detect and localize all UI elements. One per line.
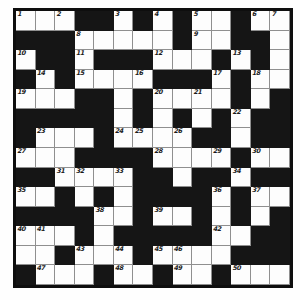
blocked-cell bbox=[16, 265, 36, 285]
crossword-cell[interactable]: 16 bbox=[133, 70, 153, 90]
crossword-cell[interactable]: 38 bbox=[94, 207, 114, 227]
crossword-cell[interactable] bbox=[75, 265, 95, 285]
crossword-cell[interactable] bbox=[231, 226, 251, 246]
blocked-cell bbox=[133, 11, 153, 31]
blocked-cell bbox=[133, 50, 153, 70]
blocked-cell bbox=[94, 265, 114, 285]
blocked-cell bbox=[75, 109, 95, 129]
clue-number: 28 bbox=[154, 148, 162, 155]
blocked-cell bbox=[212, 168, 232, 188]
crossword-cell[interactable] bbox=[16, 246, 36, 266]
blocked-cell bbox=[153, 168, 173, 188]
blocked-cell bbox=[270, 89, 290, 109]
crossword-cell[interactable] bbox=[94, 31, 114, 51]
crossword-cell[interactable] bbox=[114, 70, 134, 90]
blocked-cell bbox=[173, 31, 193, 51]
blocked-cell bbox=[75, 148, 95, 168]
blocked-cell bbox=[212, 128, 232, 148]
crossword-cell[interactable]: 14 bbox=[36, 70, 56, 90]
blocked-cell bbox=[94, 128, 114, 148]
crossword-cell[interactable] bbox=[251, 89, 271, 109]
blocked-cell bbox=[114, 226, 134, 246]
blocked-cell bbox=[55, 70, 75, 90]
clue-number: 29 bbox=[213, 148, 221, 155]
clue-number: 46 bbox=[174, 246, 182, 253]
crossword-cell[interactable]: 20 bbox=[153, 89, 173, 109]
crossword-cell[interactable]: 40 bbox=[16, 226, 36, 246]
blocked-cell bbox=[94, 187, 114, 207]
blocked-cell bbox=[36, 207, 56, 227]
blocked-cell bbox=[231, 207, 251, 227]
crossword-cell[interactable] bbox=[75, 128, 95, 148]
crossword-cell[interactable] bbox=[192, 109, 212, 129]
blocked-cell bbox=[192, 226, 212, 246]
crossword-cell[interactable]: 25 bbox=[133, 128, 153, 148]
blocked-cell bbox=[212, 109, 232, 129]
crossword-cell[interactable]: 41 bbox=[36, 226, 56, 246]
clue-number: 49 bbox=[174, 265, 182, 272]
clue-number: 4 bbox=[154, 11, 158, 18]
crossword-cell[interactable] bbox=[192, 246, 212, 266]
crossword-cell[interactable]: 10 bbox=[16, 50, 36, 70]
clue-number: 35 bbox=[17, 187, 25, 194]
clue-number: 47 bbox=[37, 265, 45, 272]
blocked-cell bbox=[231, 187, 251, 207]
crossword-cell[interactable]: 26 bbox=[173, 128, 193, 148]
crossword-cell[interactable]: 37 bbox=[251, 187, 271, 207]
crossword-cell[interactable]: 28 bbox=[153, 148, 173, 168]
blocked-cell bbox=[231, 11, 251, 31]
crossword-cell[interactable] bbox=[173, 207, 193, 227]
crossword-cell[interactable] bbox=[94, 246, 114, 266]
blocked-cell bbox=[192, 168, 212, 188]
blocked-cell bbox=[251, 168, 271, 188]
crossword-cell[interactable] bbox=[36, 187, 56, 207]
crossword-cell[interactable] bbox=[133, 265, 153, 285]
crossword-cell[interactable]: 2 bbox=[55, 11, 75, 31]
crossword-cell[interactable]: 19 bbox=[16, 89, 36, 109]
crossword-cell[interactable]: 15 bbox=[75, 70, 95, 90]
crossword-cell[interactable]: 44 bbox=[114, 246, 134, 266]
clue-number: 32 bbox=[76, 168, 84, 175]
crossword-cell[interactable] bbox=[75, 187, 95, 207]
clue-number: 1 bbox=[17, 11, 21, 18]
blocked-cell bbox=[75, 207, 95, 227]
clue-number: 26 bbox=[174, 128, 182, 135]
crossword-cell[interactable] bbox=[55, 128, 75, 148]
clue-number: 42 bbox=[213, 226, 221, 233]
blocked-cell bbox=[94, 11, 114, 31]
clue-number: 45 bbox=[154, 246, 162, 253]
blocked-cell bbox=[114, 148, 134, 168]
blocked-cell bbox=[173, 109, 193, 129]
crossword-cell[interactable] bbox=[114, 109, 134, 129]
blocked-cell bbox=[173, 11, 193, 31]
blocked-cell bbox=[173, 70, 193, 90]
crossword-cell[interactable] bbox=[94, 226, 114, 246]
blocked-cell bbox=[192, 70, 212, 90]
blocked-cell bbox=[16, 207, 36, 227]
clue-number: 5 bbox=[193, 11, 197, 18]
crossword-cell[interactable] bbox=[153, 109, 173, 129]
blocked-cell bbox=[153, 187, 173, 207]
blocked-cell bbox=[251, 226, 271, 246]
crossword-cell[interactable] bbox=[270, 50, 290, 70]
blocked-cell bbox=[36, 168, 56, 188]
crossword-cell[interactable]: 3 bbox=[114, 11, 134, 31]
blocked-cell bbox=[251, 246, 271, 266]
crossword-cell[interactable]: 9 bbox=[192, 31, 212, 51]
crossword-cell[interactable]: 32 bbox=[75, 168, 95, 188]
clue-number: 3 bbox=[115, 11, 119, 18]
clue-number: 41 bbox=[37, 226, 45, 233]
blocked-cell bbox=[133, 226, 153, 246]
blocked-cell bbox=[133, 207, 153, 227]
crossword-cell[interactable] bbox=[114, 187, 134, 207]
crossword-cell[interactable]: 7 bbox=[270, 11, 290, 31]
clue-number: 37 bbox=[252, 187, 260, 194]
clue-number: 33 bbox=[115, 168, 123, 175]
blocked-cell bbox=[16, 70, 36, 90]
crossword-cell[interactable] bbox=[270, 148, 290, 168]
crossword-cell[interactable]: 23 bbox=[36, 128, 56, 148]
blocked-cell bbox=[153, 265, 173, 285]
crossword-cell[interactable] bbox=[114, 31, 134, 51]
crossword-cell[interactable] bbox=[270, 265, 290, 285]
crossword-cell[interactable]: 49 bbox=[173, 265, 193, 285]
clue-number: 20 bbox=[154, 89, 162, 96]
blocked-cell bbox=[270, 109, 290, 129]
clue-number: 24 bbox=[115, 128, 123, 135]
blocked-cell bbox=[55, 207, 75, 227]
crossword-cell[interactable]: 27 bbox=[16, 148, 36, 168]
crossword-cell[interactable] bbox=[36, 246, 56, 266]
clue-number: 12 bbox=[154, 50, 162, 57]
crossword-cell[interactable] bbox=[173, 148, 193, 168]
crossword-cell[interactable]: 50 bbox=[231, 265, 251, 285]
crossword-cell[interactable]: 33 bbox=[114, 168, 134, 188]
crossword-cell[interactable] bbox=[251, 207, 271, 227]
crossword-grid: 1234567891011121314151617181920212223242… bbox=[13, 8, 293, 288]
blocked-cell bbox=[251, 128, 271, 148]
crossword-cell[interactable]: 46 bbox=[173, 246, 193, 266]
crossword-cell[interactable] bbox=[133, 31, 153, 51]
blocked-cell bbox=[192, 187, 212, 207]
blocked-cell bbox=[133, 148, 153, 168]
crossword-cell[interactable] bbox=[94, 70, 114, 90]
blocked-cell bbox=[231, 89, 251, 109]
crossword-cell[interactable] bbox=[192, 148, 212, 168]
blocked-cell bbox=[251, 109, 271, 129]
clue-number: 11 bbox=[76, 50, 84, 57]
blocked-cell bbox=[133, 109, 153, 129]
clue-number: 30 bbox=[252, 148, 260, 155]
crossword-cell[interactable] bbox=[114, 89, 134, 109]
crossword-cell[interactable] bbox=[153, 31, 173, 51]
blocked-cell bbox=[94, 89, 114, 109]
clue-number: 7 bbox=[271, 11, 275, 18]
blocked-cell bbox=[153, 226, 173, 246]
crossword-cell[interactable] bbox=[212, 207, 232, 227]
clue-number: 25 bbox=[134, 128, 142, 135]
blocked-cell bbox=[16, 128, 36, 148]
crossword-cell[interactable] bbox=[36, 148, 56, 168]
blocked-cell bbox=[55, 187, 75, 207]
blocked-cell bbox=[16, 109, 36, 129]
crossword-cell[interactable]: 48 bbox=[114, 265, 134, 285]
blocked-cell bbox=[75, 226, 95, 246]
blocked-cell bbox=[231, 246, 251, 266]
crossword-cell[interactable] bbox=[212, 246, 232, 266]
clue-number: 6 bbox=[252, 11, 256, 18]
crossword-cell[interactable]: 42 bbox=[212, 226, 232, 246]
blocked-cell bbox=[212, 265, 232, 285]
crossword-cell[interactable]: 22 bbox=[231, 109, 251, 129]
crossword-cell[interactable]: 45 bbox=[153, 246, 173, 266]
blocked-cell bbox=[133, 168, 153, 188]
crossword-cell[interactable]: 18 bbox=[251, 70, 271, 90]
crossword-cell[interactable]: 11 bbox=[75, 50, 95, 70]
clue-number: 34 bbox=[232, 168, 240, 175]
blocked-cell bbox=[16, 31, 36, 51]
clue-number: 44 bbox=[115, 246, 123, 253]
blocked-cell bbox=[36, 109, 56, 129]
clue-number: 18 bbox=[252, 70, 260, 77]
clue-number: 21 bbox=[193, 89, 201, 96]
crossword-cell[interactable] bbox=[55, 148, 75, 168]
crossword-cell[interactable] bbox=[173, 89, 193, 109]
blocked-cell bbox=[36, 31, 56, 51]
crossword-cell[interactable] bbox=[94, 168, 114, 188]
blocked-cell bbox=[192, 207, 212, 227]
clue-number: 17 bbox=[213, 70, 221, 77]
crossword-cell[interactable] bbox=[173, 50, 193, 70]
crossword-page: 1234567891011121314151617181920212223242… bbox=[0, 0, 300, 300]
crossword-cell[interactable]: 21 bbox=[192, 89, 212, 109]
crossword-cell[interactable] bbox=[212, 11, 232, 31]
blocked-cell bbox=[94, 109, 114, 129]
clue-number: 38 bbox=[95, 207, 103, 214]
crossword-cell[interactable] bbox=[192, 50, 212, 70]
blocked-cell bbox=[212, 50, 232, 70]
clue-number: 36 bbox=[213, 187, 221, 194]
crossword-cell[interactable] bbox=[270, 187, 290, 207]
blocked-cell bbox=[133, 187, 153, 207]
crossword-cell[interactable]: 29 bbox=[212, 148, 232, 168]
clue-number: 9 bbox=[193, 31, 197, 38]
clue-number: 22 bbox=[232, 109, 240, 116]
clue-number: 8 bbox=[76, 31, 80, 38]
blocked-cell bbox=[55, 50, 75, 70]
clue-number: 19 bbox=[17, 89, 25, 96]
clue-number: 2 bbox=[56, 11, 60, 18]
crossword-cell[interactable]: 1 bbox=[16, 11, 36, 31]
clue-number: 40 bbox=[17, 226, 25, 233]
crossword-cell[interactable] bbox=[114, 207, 134, 227]
crossword-cell[interactable] bbox=[231, 128, 251, 148]
blocked-cell bbox=[133, 246, 153, 266]
crossword-cell[interactable] bbox=[36, 89, 56, 109]
clue-number: 48 bbox=[115, 265, 123, 272]
blocked-cell bbox=[114, 50, 134, 70]
crossword-cell[interactable] bbox=[270, 70, 290, 90]
crossword-cell[interactable] bbox=[153, 128, 173, 148]
crossword-cell[interactable] bbox=[270, 31, 290, 51]
clue-number: 10 bbox=[17, 50, 25, 57]
crossword-cell[interactable] bbox=[173, 168, 193, 188]
blocked-cell bbox=[173, 187, 193, 207]
clue-number: 50 bbox=[232, 265, 240, 272]
blocked-cell bbox=[55, 109, 75, 129]
blocked-cell bbox=[251, 50, 271, 70]
crossword-cell[interactable] bbox=[55, 265, 75, 285]
blocked-cell bbox=[270, 168, 290, 188]
blocked-cell bbox=[94, 148, 114, 168]
crossword-cell[interactable]: 39 bbox=[153, 207, 173, 227]
blocked-cell bbox=[94, 50, 114, 70]
crossword-cell[interactable] bbox=[212, 31, 232, 51]
blocked-cell bbox=[55, 246, 75, 266]
clue-number: 13 bbox=[232, 50, 240, 57]
blocked-cell bbox=[270, 207, 290, 227]
blocked-cell bbox=[270, 128, 290, 148]
blocked-cell bbox=[270, 246, 290, 266]
crossword-cell[interactable] bbox=[212, 89, 232, 109]
crossword-cell[interactable]: 24 bbox=[114, 128, 134, 148]
crossword-cell[interactable] bbox=[55, 89, 75, 109]
crossword-cell[interactable]: 47 bbox=[36, 265, 56, 285]
crossword-cell[interactable] bbox=[55, 226, 75, 246]
blocked-cell bbox=[75, 11, 95, 31]
blocked-cell bbox=[231, 31, 251, 51]
blocked-cell bbox=[133, 89, 153, 109]
blocked-cell bbox=[251, 31, 271, 51]
crossword-cell[interactable]: 35 bbox=[16, 187, 36, 207]
blocked-cell bbox=[270, 226, 290, 246]
crossword-cell[interactable]: 31 bbox=[55, 168, 75, 188]
crossword-cell[interactable] bbox=[36, 11, 56, 31]
crossword-cell[interactable]: 6 bbox=[251, 11, 271, 31]
blocked-cell bbox=[16, 168, 36, 188]
clue-number: 27 bbox=[17, 148, 25, 155]
clue-number: 39 bbox=[154, 207, 162, 214]
crossword-cell[interactable]: 5 bbox=[192, 11, 212, 31]
blocked-cell bbox=[231, 148, 251, 168]
crossword-cell[interactable]: 13 bbox=[231, 50, 251, 70]
clue-number: 14 bbox=[37, 70, 45, 77]
clue-number: 15 bbox=[76, 70, 84, 77]
clue-number: 31 bbox=[56, 168, 64, 175]
crossword-cell[interactable]: 4 bbox=[153, 11, 173, 31]
crossword-cell[interactable] bbox=[251, 265, 271, 285]
blocked-cell bbox=[55, 31, 75, 51]
blocked-cell bbox=[173, 226, 193, 246]
crossword-cell[interactable]: 34 bbox=[231, 168, 251, 188]
crossword-cell[interactable]: 43 bbox=[75, 246, 95, 266]
blocked-cell bbox=[153, 70, 173, 90]
crossword-cell[interactable]: 12 bbox=[153, 50, 173, 70]
crossword-cell[interactable] bbox=[192, 265, 212, 285]
crossword-cell[interactable]: 36 bbox=[212, 187, 232, 207]
blocked-cell bbox=[36, 50, 56, 70]
clue-number: 43 bbox=[76, 246, 84, 253]
crossword-cell[interactable]: 30 bbox=[251, 148, 271, 168]
clue-number: 23 bbox=[37, 128, 45, 135]
blocked-cell bbox=[192, 128, 212, 148]
clue-number: 16 bbox=[134, 70, 142, 77]
crossword-cell[interactable]: 17 bbox=[212, 70, 232, 90]
blocked-cell bbox=[75, 89, 95, 109]
crossword-cell[interactable]: 8 bbox=[75, 31, 95, 51]
blocked-cell bbox=[231, 70, 251, 90]
